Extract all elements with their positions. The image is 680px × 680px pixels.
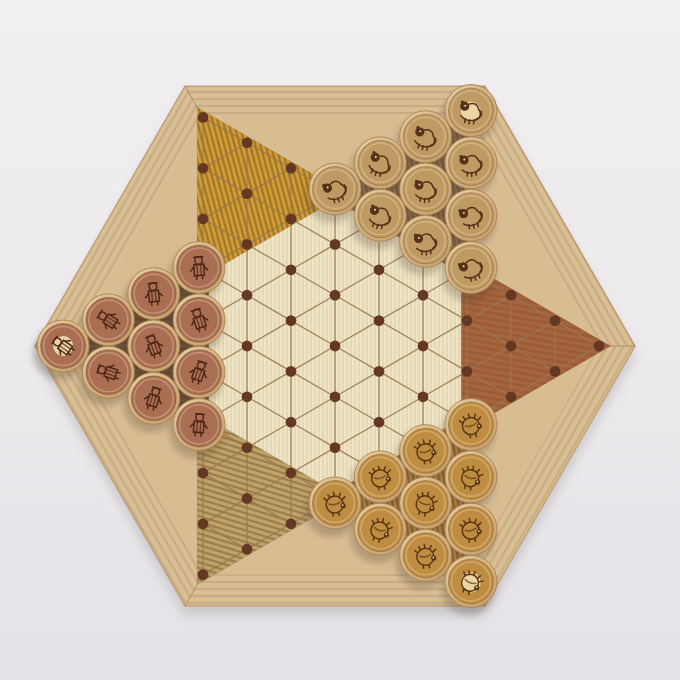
hole--5_3[interactable] [242, 544, 253, 555]
peg-face [358, 507, 403, 552]
hole-3_3[interactable] [594, 341, 605, 352]
hole--1_0[interactable] [286, 366, 297, 377]
hole-0_-1[interactable] [286, 315, 297, 326]
hole-2_0[interactable] [418, 290, 429, 301]
peg-face [86, 297, 131, 342]
peg-face [313, 167, 358, 212]
peg-face [177, 402, 222, 447]
hole-0_0[interactable] [330, 341, 341, 352]
peg-face [358, 454, 403, 499]
hole-0_2[interactable] [418, 391, 429, 402]
peg-face [448, 245, 493, 290]
peg-face [177, 245, 222, 290]
hole--2_1[interactable] [286, 417, 297, 428]
peg-face [403, 480, 448, 525]
peg-face [313, 480, 358, 525]
hole-1_-2[interactable] [286, 264, 297, 275]
peg-face [403, 219, 448, 264]
hole--4_3[interactable] [286, 518, 297, 529]
hole--5_2[interactable] [198, 518, 209, 529]
hole--3_1[interactable] [242, 442, 253, 453]
peg-face [403, 167, 448, 212]
peg-face [448, 507, 493, 552]
hole-0_-2[interactable] [242, 290, 253, 301]
hole-2_-2[interactable] [330, 239, 341, 250]
peg-face [358, 140, 403, 185]
hole-1_-1[interactable] [330, 290, 341, 301]
peg-face [403, 428, 448, 473]
hole-2_3[interactable] [550, 366, 561, 377]
hole-1_-4[interactable] [198, 214, 209, 225]
peg-face [403, 114, 448, 159]
hole-3_2[interactable] [550, 315, 561, 326]
hole-2_-1[interactable] [374, 264, 385, 275]
hole-2_2[interactable] [506, 341, 517, 352]
hole-3_1[interactable] [506, 290, 517, 301]
hole-1_-3[interactable] [242, 239, 253, 250]
hole--4_1[interactable] [198, 468, 209, 479]
peg-face [131, 271, 176, 316]
hole--1_1[interactable] [330, 391, 341, 402]
hole--1_-1[interactable] [242, 341, 253, 352]
hole-1_0[interactable] [374, 315, 385, 326]
peg-face [448, 454, 493, 499]
hole-1_3[interactable] [506, 391, 517, 402]
peg-face [448, 193, 493, 238]
peg-face [177, 350, 222, 395]
hole-3_-5[interactable] [242, 137, 253, 148]
peg-face [177, 297, 222, 342]
hole-1_1[interactable] [418, 341, 429, 352]
peg-face [131, 324, 176, 369]
hole--2_2[interactable] [330, 442, 341, 453]
hole--3_2[interactable] [286, 468, 297, 479]
hole--1_2[interactable] [374, 417, 385, 428]
peg-face [86, 350, 131, 395]
hole-3_-6[interactable] [198, 112, 209, 123]
peg-face [358, 193, 403, 238]
hole-3_-4[interactable] [286, 163, 297, 174]
hole-2_1[interactable] [462, 315, 473, 326]
hole--4_2[interactable] [242, 493, 253, 504]
frame-piece-top-right [185, 86, 485, 117]
hole-0_1[interactable] [374, 366, 385, 377]
photo-backdrop [0, 0, 680, 680]
hole-2_-3[interactable] [286, 214, 297, 225]
hole-1_2[interactable] [462, 366, 473, 377]
peg-face [448, 140, 493, 185]
hole-2_-4[interactable] [242, 188, 253, 199]
peg-face [448, 402, 493, 447]
peg-face [403, 533, 448, 578]
hole-2_-5[interactable] [198, 163, 209, 174]
chinese-checkers-board [0, 0, 680, 680]
hole--6_3[interactable] [198, 569, 209, 580]
peg-face [131, 376, 176, 421]
hole--2_0[interactable] [242, 391, 253, 402]
